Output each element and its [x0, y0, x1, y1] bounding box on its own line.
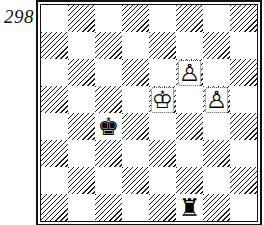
square-h5[interactable] — [230, 86, 257, 113]
square-b2[interactable] — [68, 167, 95, 194]
square-e7[interactable] — [149, 32, 176, 59]
square-a5[interactable] — [41, 86, 68, 113]
diagram-number: 298 — [2, 6, 36, 28]
square-b3[interactable] — [68, 140, 95, 167]
square-c8[interactable] — [95, 5, 122, 32]
square-a2[interactable] — [41, 167, 68, 194]
square-e6[interactable] — [149, 59, 176, 86]
square-f5[interactable] — [176, 86, 203, 113]
square-e5[interactable]: ♔ — [149, 86, 176, 113]
square-d2[interactable] — [122, 167, 149, 194]
square-c6[interactable] — [95, 59, 122, 86]
square-a1[interactable] — [41, 194, 68, 221]
square-f8[interactable] — [176, 5, 203, 32]
square-a4[interactable] — [41, 113, 68, 140]
square-b6[interactable] — [68, 59, 95, 86]
square-h3[interactable] — [230, 140, 257, 167]
square-g6[interactable] — [203, 59, 230, 86]
square-c5[interactable] — [95, 86, 122, 113]
square-d3[interactable] — [122, 140, 149, 167]
square-g1[interactable] — [203, 194, 230, 221]
piece-black-king: ♚ — [97, 114, 120, 140]
square-g2[interactable] — [203, 167, 230, 194]
square-g5[interactable]: ♙ — [203, 86, 230, 113]
square-a7[interactable] — [41, 32, 68, 59]
square-c7[interactable] — [95, 32, 122, 59]
square-h1[interactable] — [230, 194, 257, 221]
square-f1[interactable]: ♜ — [176, 194, 203, 221]
square-h7[interactable] — [230, 32, 257, 59]
square-f2[interactable] — [176, 167, 203, 194]
square-g7[interactable] — [203, 32, 230, 59]
square-g3[interactable] — [203, 140, 230, 167]
square-f3[interactable] — [176, 140, 203, 167]
square-c1[interactable] — [95, 194, 122, 221]
square-g8[interactable] — [203, 5, 230, 32]
square-b4[interactable] — [68, 113, 95, 140]
square-e8[interactable] — [149, 5, 176, 32]
chess-board: ♙♔♙♚♜ — [36, 0, 262, 225]
piece-black-rook: ♜ — [178, 195, 201, 221]
square-a8[interactable] — [41, 5, 68, 32]
square-d8[interactable] — [122, 5, 149, 32]
square-h4[interactable] — [230, 113, 257, 140]
square-d4[interactable] — [122, 113, 149, 140]
square-f4[interactable] — [176, 113, 203, 140]
square-b7[interactable] — [68, 32, 95, 59]
square-a6[interactable] — [41, 59, 68, 86]
square-f6[interactable]: ♙ — [176, 59, 203, 86]
piece-white-pawn: ♙ — [205, 87, 228, 113]
square-d1[interactable] — [122, 194, 149, 221]
square-b5[interactable] — [68, 86, 95, 113]
piece-white-pawn: ♙ — [178, 60, 201, 86]
square-f7[interactable] — [176, 32, 203, 59]
square-h8[interactable] — [230, 5, 257, 32]
square-d6[interactable] — [122, 59, 149, 86]
square-e3[interactable] — [149, 140, 176, 167]
square-c4[interactable]: ♚ — [95, 113, 122, 140]
square-e4[interactable] — [149, 113, 176, 140]
piece-white-king: ♔ — [151, 87, 174, 113]
square-e2[interactable] — [149, 167, 176, 194]
square-b1[interactable] — [68, 194, 95, 221]
square-g4[interactable] — [203, 113, 230, 140]
square-b8[interactable] — [68, 5, 95, 32]
square-h6[interactable] — [230, 59, 257, 86]
square-c3[interactable] — [95, 140, 122, 167]
board-grid: ♙♔♙♚♜ — [40, 4, 258, 222]
square-d5[interactable] — [122, 86, 149, 113]
square-c2[interactable] — [95, 167, 122, 194]
square-e1[interactable] — [149, 194, 176, 221]
chess-diagram-page: 298 ♙♔♙♚♜ — [0, 0, 264, 225]
square-h2[interactable] — [230, 167, 257, 194]
square-d7[interactable] — [122, 32, 149, 59]
square-a3[interactable] — [41, 140, 68, 167]
